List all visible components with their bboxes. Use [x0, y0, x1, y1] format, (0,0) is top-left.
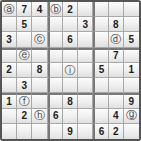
cell-r5c4[interactable]	[48, 63, 63, 78]
cell-r3c9[interactable]: 5	[124, 32, 139, 47]
cell-r4c1[interactable]	[2, 48, 17, 63]
cell-r7c4[interactable]	[48, 93, 63, 108]
cell-r8c1[interactable]	[2, 109, 17, 124]
cell-r8c3[interactable]: ⓗ	[32, 109, 47, 124]
cell-r9c8[interactable]: 2	[109, 124, 124, 139]
sudoku-board: ⓐ 7 4 ⓑ 2 5 3 8 3 ⓒ 6 ⓓ 5 ⓔ 7 2 8 ⓘ 5 1 …	[0, 0, 141, 141]
cell-r4c8[interactable]: 7	[109, 48, 124, 63]
cell-r7c7[interactable]	[93, 93, 108, 108]
cell-r6c5[interactable]	[63, 78, 78, 93]
cell-r5c3[interactable]: 8	[32, 63, 47, 78]
cell-r8c6[interactable]	[78, 109, 93, 124]
cell-r5c5[interactable]: ⓘ	[63, 63, 78, 78]
cell-r2c1[interactable]	[2, 17, 17, 32]
cell-r9c2[interactable]	[17, 124, 32, 139]
cell-r6c2[interactable]: 3	[17, 78, 32, 93]
cell-r3c2[interactable]	[17, 32, 32, 47]
cell-r4c7[interactable]	[93, 48, 108, 63]
cell-r8c5[interactable]	[63, 109, 78, 124]
cell-r3c7[interactable]	[93, 32, 108, 47]
cell-r1c6[interactable]	[78, 2, 93, 17]
cell-r9c5[interactable]: 9	[63, 124, 78, 139]
cell-r2c9[interactable]	[124, 17, 139, 32]
cell-r9c9[interactable]	[124, 124, 139, 139]
cell-r4c2[interactable]: ⓔ	[17, 48, 32, 63]
cell-r8c2[interactable]: 2	[17, 109, 32, 124]
cell-r1c1[interactable]: ⓐ	[2, 2, 17, 17]
cell-r5c7[interactable]: 5	[93, 63, 108, 78]
cell-r3c4[interactable]	[48, 32, 63, 47]
cell-r4c4[interactable]	[48, 48, 63, 63]
cell-r1c3[interactable]: 4	[32, 2, 47, 17]
cell-r5c9[interactable]: 1	[124, 63, 139, 78]
cell-r6c4[interactable]	[48, 78, 63, 93]
cell-r2c6[interactable]: 3	[78, 17, 93, 32]
cell-r1c7[interactable]	[93, 2, 108, 17]
cell-r7c9[interactable]: 9	[124, 93, 139, 108]
cell-r1c8[interactable]	[109, 2, 124, 17]
cell-r4c3[interactable]	[32, 48, 47, 63]
cell-r7c2[interactable]: ⓕ	[17, 93, 32, 108]
cell-r5c1[interactable]: 2	[2, 63, 17, 78]
cell-r2c2[interactable]: 5	[17, 17, 32, 32]
cell-r2c4[interactable]	[48, 17, 63, 32]
cell-r4c9[interactable]	[124, 48, 139, 63]
cell-r3c8[interactable]: ⓓ	[109, 32, 124, 47]
cell-r3c3[interactable]: ⓒ	[32, 32, 47, 47]
cell-r2c5[interactable]	[63, 17, 78, 32]
cell-r7c1[interactable]: 1	[2, 93, 17, 108]
cell-r6c7[interactable]	[93, 78, 108, 93]
cell-r2c7[interactable]	[93, 17, 108, 32]
cell-r5c2[interactable]	[17, 63, 32, 78]
cell-r9c6[interactable]	[78, 124, 93, 139]
cell-r7c5[interactable]: 8	[63, 93, 78, 108]
cell-r8c8[interactable]: 4	[109, 109, 124, 124]
cell-r4c6[interactable]	[78, 48, 93, 63]
cell-r1c5[interactable]: 2	[63, 2, 78, 17]
cell-r6c6[interactable]	[78, 78, 93, 93]
cell-r1c4[interactable]: ⓑ	[48, 2, 63, 17]
cell-r3c1[interactable]: 3	[2, 32, 17, 47]
cell-r7c8[interactable]	[109, 93, 124, 108]
cell-r1c9[interactable]	[124, 2, 139, 17]
cell-r9c4[interactable]	[48, 124, 63, 139]
cell-r7c3[interactable]	[32, 93, 47, 108]
cell-r2c3[interactable]	[32, 17, 47, 32]
cell-r2c8[interactable]: 8	[109, 17, 124, 32]
cell-r5c8[interactable]	[109, 63, 124, 78]
cell-r6c3[interactable]	[32, 78, 47, 93]
cell-r6c8[interactable]	[109, 78, 124, 93]
cell-r6c1[interactable]	[2, 78, 17, 93]
cell-r9c3[interactable]	[32, 124, 47, 139]
cell-r8c9[interactable]: ⓖ	[124, 109, 139, 124]
cell-r7c6[interactable]	[78, 93, 93, 108]
cell-r1c2[interactable]: 7	[17, 2, 32, 17]
cell-r3c5[interactable]: 6	[63, 32, 78, 47]
cell-r6c9[interactable]	[124, 78, 139, 93]
cell-r3c6[interactable]	[78, 32, 93, 47]
cell-r9c1[interactable]	[2, 124, 17, 139]
cell-r9c7[interactable]: 6	[93, 124, 108, 139]
cell-r8c4[interactable]: 6	[48, 109, 63, 124]
cell-r4c5[interactable]	[63, 48, 78, 63]
cell-r8c7[interactable]	[93, 109, 108, 124]
cell-r5c6[interactable]	[78, 63, 93, 78]
